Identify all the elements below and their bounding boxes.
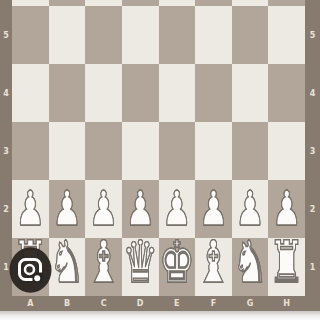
file-label-g: G	[232, 296, 269, 311]
piece-white-pawn[interactable]: ♟	[89, 184, 119, 232]
square-g5[interactable]	[232, 6, 269, 64]
file-label-h: H	[268, 296, 305, 311]
square-f5[interactable]	[195, 6, 232, 64]
file-label-b: B	[49, 296, 86, 311]
board-squares: ♟♟♟♟♟♟♟♟♜♞♝♛♚♝♞♜	[12, 0, 305, 296]
rank-label-4-left: 4	[0, 64, 12, 122]
square-d5[interactable]	[122, 6, 159, 64]
square-a4[interactable]	[12, 64, 49, 122]
file-label-c: C	[85, 296, 122, 311]
piece-white-bishop[interactable]: ♝	[196, 233, 232, 291]
rank-label-4-right: 4	[305, 64, 320, 122]
rank-label-5-left: 5	[0, 6, 12, 64]
piece-white-pawn[interactable]: ♟	[162, 184, 192, 232]
rank-label-3-left: 3	[0, 122, 12, 180]
piece-white-queen[interactable]: ♛	[122, 233, 158, 291]
square-b1[interactable]: ♞	[49, 238, 86, 296]
rank-label-2-right: 2	[305, 180, 320, 238]
square-c5[interactable]	[85, 6, 122, 64]
piece-white-knight[interactable]: ♞	[49, 233, 85, 291]
chess-board: ♟♟♟♟♟♟♟♟♜♞♝♛♚♝♞♜ 54321 54321 ABCDEFGH	[0, 0, 320, 320]
square-f3[interactable]	[195, 122, 232, 180]
lens-search-icon[interactable]	[9, 247, 52, 293]
square-d4[interactable]	[122, 64, 159, 122]
square-d1[interactable]: ♛	[122, 238, 159, 296]
piece-white-pawn[interactable]: ♟	[52, 184, 82, 232]
rank-labels-right: 54321	[305, 6, 320, 296]
square-h1[interactable]: ♜	[268, 238, 305, 296]
file-label-d: D	[122, 296, 159, 311]
piece-white-bishop[interactable]: ♝	[86, 233, 122, 291]
square-f1[interactable]: ♝	[195, 238, 232, 296]
file-label-f: F	[195, 296, 232, 311]
square-e3[interactable]	[159, 122, 196, 180]
square-b3[interactable]	[49, 122, 86, 180]
square-g3[interactable]	[232, 122, 269, 180]
square-c4[interactable]	[85, 64, 122, 122]
piece-white-pawn[interactable]: ♟	[199, 184, 229, 232]
square-g4[interactable]	[232, 64, 269, 122]
file-label-a: A	[12, 296, 49, 311]
square-e5[interactable]	[159, 6, 196, 64]
rank-label-3-right: 3	[305, 122, 320, 180]
square-h4[interactable]	[268, 64, 305, 122]
piece-white-knight[interactable]: ♞	[232, 233, 268, 291]
square-a3[interactable]	[12, 122, 49, 180]
square-d3[interactable]	[122, 122, 159, 180]
piece-white-king[interactable]: ♚	[159, 233, 195, 291]
square-c1[interactable]: ♝	[85, 238, 122, 296]
square-e1[interactable]: ♚	[159, 238, 196, 296]
square-a5[interactable]	[12, 6, 49, 64]
file-labels: ABCDEFGH	[12, 296, 305, 311]
page-background-strip	[0, 311, 320, 320]
piece-white-pawn[interactable]: ♟	[272, 184, 302, 232]
piece-white-pawn[interactable]: ♟	[16, 184, 46, 232]
rank-label-1-right: 1	[305, 238, 320, 296]
square-e4[interactable]	[159, 64, 196, 122]
rank-label-5-right: 5	[305, 6, 320, 64]
square-b4[interactable]	[49, 64, 86, 122]
square-b5[interactable]	[49, 6, 86, 64]
square-g1[interactable]: ♞	[232, 238, 269, 296]
piece-white-rook[interactable]: ♜	[269, 233, 305, 291]
square-c3[interactable]	[85, 122, 122, 180]
piece-white-pawn[interactable]: ♟	[125, 184, 155, 232]
square-h5[interactable]	[268, 6, 305, 64]
square-h3[interactable]	[268, 122, 305, 180]
square-f4[interactable]	[195, 64, 232, 122]
piece-white-pawn[interactable]: ♟	[235, 184, 265, 232]
file-label-e: E	[159, 296, 196, 311]
rank-label-2-left: 2	[0, 180, 12, 238]
